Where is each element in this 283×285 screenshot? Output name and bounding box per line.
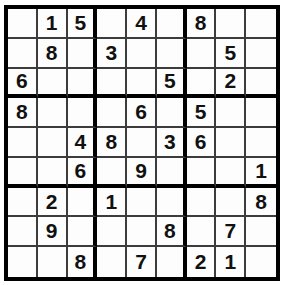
cell-r1c9[interactable] [246, 9, 276, 39]
cell-r7c5[interactable] [127, 188, 157, 218]
cell-r2c1[interactable] [8, 39, 38, 69]
cell-r3c6[interactable]: 5 [157, 69, 187, 99]
cell-r2c7[interactable] [187, 39, 217, 69]
cell-r9c5[interactable]: 7 [127, 247, 157, 277]
cell-r7c6[interactable] [157, 188, 187, 218]
cell-r7c8[interactable] [216, 188, 246, 218]
cell-r4c5[interactable]: 6 [127, 98, 157, 128]
cell-r5c7[interactable]: 6 [187, 128, 217, 158]
cell-r5c2[interactable] [38, 128, 68, 158]
cell-r9c9[interactable] [246, 247, 276, 277]
cell-r4c4[interactable] [97, 98, 127, 128]
cell-r2c4[interactable]: 3 [97, 39, 127, 69]
cell-r5c1[interactable] [8, 128, 38, 158]
cell-r6c5[interactable]: 9 [127, 158, 157, 188]
cell-r2c3[interactable] [68, 39, 98, 69]
cell-r8c9[interactable] [246, 217, 276, 247]
cell-r4c7[interactable]: 5 [187, 98, 217, 128]
cell-r6c4[interactable] [97, 158, 127, 188]
cell-r1c5[interactable]: 4 [127, 9, 157, 39]
cell-r8c6[interactable]: 8 [157, 217, 187, 247]
cell-r4c3[interactable] [68, 98, 98, 128]
cell-r9c1[interactable] [8, 247, 38, 277]
cell-r8c1[interactable] [8, 217, 38, 247]
cell-r2c5[interactable] [127, 39, 157, 69]
cell-r7c9[interactable]: 8 [246, 188, 276, 218]
cell-r7c7[interactable] [187, 188, 217, 218]
cell-r8c4[interactable] [97, 217, 127, 247]
cell-r3c5[interactable] [127, 69, 157, 99]
cell-r8c3[interactable] [68, 217, 98, 247]
cell-r4c2[interactable] [38, 98, 68, 128]
cell-r3c8[interactable]: 2 [216, 69, 246, 99]
cell-r5c8[interactable] [216, 128, 246, 158]
cell-r6c6[interactable] [157, 158, 187, 188]
cell-r7c3[interactable] [68, 188, 98, 218]
cell-r3c3[interactable] [68, 69, 98, 99]
cell-r5c3[interactable]: 4 [68, 128, 98, 158]
cell-r8c5[interactable] [127, 217, 157, 247]
page: 154883565286548366912189878721 [0, 0, 283, 285]
cell-r4c8[interactable] [216, 98, 246, 128]
cell-r3c1[interactable]: 6 [8, 69, 38, 99]
cell-r2c6[interactable] [157, 39, 187, 69]
cell-r8c7[interactable] [187, 217, 217, 247]
cell-r7c1[interactable] [8, 188, 38, 218]
cell-r9c2[interactable] [38, 247, 68, 277]
cell-r2c8[interactable]: 5 [216, 39, 246, 69]
cell-r1c4[interactable] [97, 9, 127, 39]
sudoku-board: 154883565286548366912189878721 [4, 5, 280, 281]
cell-r3c4[interactable] [97, 69, 127, 99]
cell-r1c8[interactable] [216, 9, 246, 39]
cell-r9c8[interactable]: 1 [216, 247, 246, 277]
cell-r4c6[interactable] [157, 98, 187, 128]
cell-r6c8[interactable] [216, 158, 246, 188]
cell-r4c1[interactable]: 8 [8, 98, 38, 128]
cell-r8c8[interactable]: 7 [216, 217, 246, 247]
cell-r5c6[interactable]: 3 [157, 128, 187, 158]
cell-r1c7[interactable]: 8 [187, 9, 217, 39]
cell-r6c7[interactable] [187, 158, 217, 188]
cell-r1c6[interactable] [157, 9, 187, 39]
cell-r6c2[interactable] [38, 158, 68, 188]
cell-r5c5[interactable] [127, 128, 157, 158]
cell-r9c6[interactable] [157, 247, 187, 277]
cell-r9c3[interactable]: 8 [68, 247, 98, 277]
cell-r6c3[interactable]: 6 [68, 158, 98, 188]
cell-r1c1[interactable] [8, 9, 38, 39]
cell-r2c2[interactable]: 8 [38, 39, 68, 69]
cell-r5c4[interactable]: 8 [97, 128, 127, 158]
cell-r6c1[interactable] [8, 158, 38, 188]
cell-r9c4[interactable] [97, 247, 127, 277]
cell-r3c9[interactable] [246, 69, 276, 99]
cell-r1c2[interactable]: 1 [38, 9, 68, 39]
cell-r8c2[interactable]: 9 [38, 217, 68, 247]
cell-r9c7[interactable]: 2 [187, 247, 217, 277]
cell-r7c4[interactable]: 1 [97, 188, 127, 218]
cell-r4c9[interactable] [246, 98, 276, 128]
cell-r5c9[interactable] [246, 128, 276, 158]
cell-r3c7[interactable] [187, 69, 217, 99]
cell-r6c9[interactable]: 1 [246, 158, 276, 188]
cell-r1c3[interactable]: 5 [68, 9, 98, 39]
cell-r7c2[interactable]: 2 [38, 188, 68, 218]
cell-r3c2[interactable] [38, 69, 68, 99]
cell-r2c9[interactable] [246, 39, 276, 69]
